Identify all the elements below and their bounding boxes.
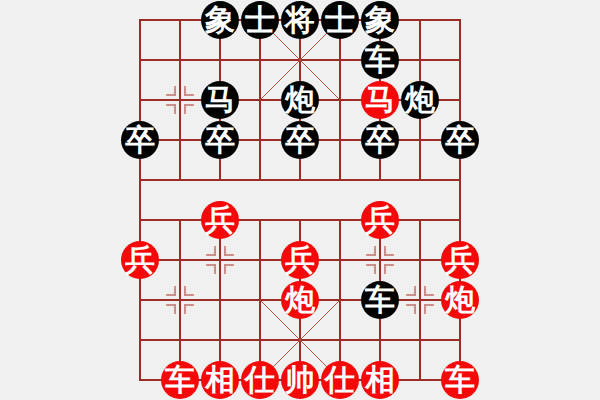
piece-black-king[interactable]: 将 [281, 1, 319, 39]
piece-black-advisor[interactable]: 士 [241, 1, 279, 39]
piece-red-horse[interactable]: 马 [361, 81, 399, 119]
piece-red-pawn[interactable]: 兵 [201, 201, 239, 239]
piece-black-horse[interactable]: 马 [201, 81, 239, 119]
piece-red-pawn[interactable]: 兵 [441, 241, 479, 279]
xiangqi-board: 象士将士象车马炮马炮卒卒卒卒卒兵兵兵兵兵炮车炮车相仕帅仕相车 [120, 0, 480, 400]
piece-black-pawn[interactable]: 卒 [361, 121, 399, 159]
piece-black-elephant[interactable]: 象 [361, 1, 399, 39]
piece-black-pawn[interactable]: 卒 [121, 121, 159, 159]
piece-red-elephant[interactable]: 相 [361, 361, 399, 399]
piece-black-cannon[interactable]: 炮 [401, 81, 439, 119]
piece-red-king[interactable]: 帅 [281, 361, 319, 399]
piece-red-chariot[interactable]: 车 [161, 361, 199, 399]
piece-black-chariot[interactable]: 车 [361, 281, 399, 319]
piece-black-pawn[interactable]: 卒 [201, 121, 239, 159]
piece-red-elephant[interactable]: 相 [201, 361, 239, 399]
piece-black-elephant[interactable]: 象 [201, 1, 239, 39]
piece-black-pawn[interactable]: 卒 [281, 121, 319, 159]
piece-red-pawn[interactable]: 兵 [121, 241, 159, 279]
piece-black-chariot[interactable]: 车 [361, 41, 399, 79]
piece-red-advisor[interactable]: 仕 [321, 361, 359, 399]
piece-black-cannon[interactable]: 炮 [281, 81, 319, 119]
piece-red-advisor[interactable]: 仕 [241, 361, 279, 399]
piece-red-cannon[interactable]: 炮 [281, 281, 319, 319]
piece-red-pawn[interactable]: 兵 [361, 201, 399, 239]
piece-black-pawn[interactable]: 卒 [441, 121, 479, 159]
xiangqi-board-screenshot: 象士将士象车马炮马炮卒卒卒卒卒兵兵兵兵兵炮车炮车相仕帅仕相车 [0, 0, 600, 400]
piece-black-advisor[interactable]: 士 [321, 1, 359, 39]
piece-red-cannon[interactable]: 炮 [441, 281, 479, 319]
piece-red-chariot[interactable]: 车 [441, 361, 479, 399]
piece-red-pawn[interactable]: 兵 [281, 241, 319, 279]
